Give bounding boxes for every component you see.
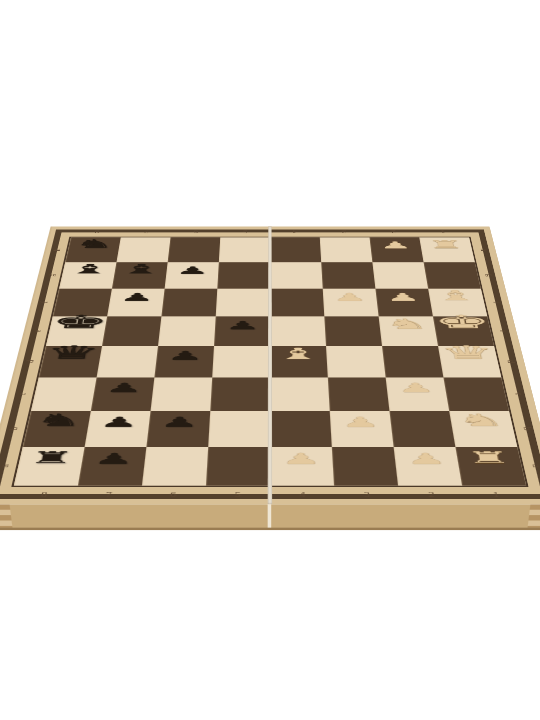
square-a5[interactable] [206, 447, 270, 485]
square-b7[interactable] [85, 411, 151, 447]
rank-label-back-7: 7 [137, 229, 156, 236]
square-g5[interactable] [217, 262, 270, 288]
piece-white-knight-e2[interactable]: ♞ [379, 317, 436, 331]
piece-white-bishop-f1[interactable]: ♝ [428, 288, 484, 302]
square-h3[interactable] [320, 238, 373, 263]
rank-label-back-8: 8 [87, 229, 106, 236]
square-h5[interactable] [219, 238, 270, 263]
file-label-left-d: d [20, 356, 39, 367]
rank-label-back-3: 3 [335, 229, 353, 236]
square-a6[interactable] [142, 447, 208, 485]
finger-joint-right [528, 504, 540, 527]
square-a3[interactable] [332, 447, 398, 485]
square-d5[interactable] [212, 346, 270, 377]
square-b2[interactable] [389, 411, 455, 447]
square-b4[interactable] [270, 411, 332, 447]
rank-label-back-5: 5 [236, 229, 254, 236]
box-front-edge [0, 504, 540, 530]
rank-label-front-2: 2 [419, 488, 444, 500]
piece-black-pawn-e5[interactable]: ♟ [215, 320, 270, 331]
square-f4[interactable] [270, 289, 324, 317]
square-f6[interactable] [161, 289, 217, 317]
piece-white-pawn-f2[interactable]: ♟ [376, 292, 431, 303]
box-front-seam [268, 504, 271, 527]
square-c6[interactable] [151, 377, 213, 411]
piece-white-king-e1[interactable]: ♚ [432, 313, 490, 331]
square-g1[interactable] [424, 262, 481, 288]
square-b3[interactable] [330, 411, 394, 447]
file-label-right-h: h [476, 245, 493, 254]
square-g3[interactable] [321, 262, 375, 288]
file-label-left-g: g [42, 271, 59, 280]
square-d7[interactable] [97, 346, 158, 377]
square-g2[interactable] [372, 262, 428, 288]
file-label-left-a: a [0, 459, 14, 473]
rank-label-front-8: 8 [31, 488, 56, 500]
square-a8[interactable] [14, 447, 85, 485]
square-c2[interactable] [386, 377, 450, 411]
file-label-left-h: h [48, 245, 65, 254]
file-label-right-d: d [502, 356, 521, 367]
piece-white-rook-h1[interactable]: ♜ [420, 239, 472, 250]
rank-label-back-2: 2 [384, 229, 403, 236]
square-a7[interactable] [78, 447, 146, 485]
rank-label-front-4: 4 [291, 488, 314, 500]
square-c3[interactable] [328, 377, 390, 411]
piece-black-bishop-g7[interactable]: ♝ [114, 262, 167, 275]
rank-label-front-3: 3 [355, 488, 379, 500]
square-c4[interactable] [270, 377, 330, 411]
square-e6[interactable] [158, 316, 216, 346]
square-h6[interactable] [168, 238, 221, 263]
file-label-right-c: c [510, 388, 530, 400]
piece-white-pawn-f3[interactable]: ♟ [323, 292, 377, 303]
file-label-left-e: e [27, 326, 45, 337]
file-label-left-f: f [35, 297, 53, 307]
square-a2[interactable] [394, 447, 462, 485]
square-e4[interactable] [270, 316, 326, 346]
square-b8[interactable] [23, 411, 91, 447]
piece-white-bishop-d4[interactable]: ♝ [270, 346, 327, 362]
rank-label-back-4: 4 [286, 229, 304, 236]
square-c5[interactable] [210, 377, 270, 411]
square-g4[interactable] [270, 262, 323, 288]
square-c8[interactable] [31, 377, 97, 411]
square-c7[interactable] [91, 377, 155, 411]
square-e7[interactable] [102, 316, 161, 346]
square-b6[interactable] [146, 411, 210, 447]
rank-label-front-6: 6 [161, 488, 185, 500]
file-label-right-f: f [489, 297, 507, 307]
square-h4[interactable] [270, 238, 321, 263]
square-h7[interactable] [116, 238, 170, 263]
piece-black-king-e8[interactable]: ♚ [49, 313, 107, 331]
square-b1[interactable] [449, 411, 517, 447]
finger-joint-left [0, 504, 12, 527]
chess-board: 8877665544332211aabbccddeeffgghh ♞♟♜♝♝♟♟… [0, 227, 540, 505]
file-label-right-e: e [495, 326, 513, 337]
piece-white-pawn-h2[interactable]: ♟ [370, 240, 422, 250]
file-label-right-a: a [527, 459, 540, 473]
square-f5[interactable] [216, 289, 270, 317]
piece-black-knight-h8[interactable]: ♞ [68, 238, 121, 250]
rank-label-front-1: 1 [483, 488, 508, 500]
square-c1[interactable] [443, 377, 509, 411]
file-label-right-g: g [482, 271, 499, 280]
rank-label-back-1: 1 [434, 229, 453, 236]
rank-label-front-5: 5 [226, 488, 249, 500]
file-label-left-b: b [3, 422, 23, 435]
piece-black-bishop-g8[interactable]: ♝ [62, 262, 116, 275]
file-label-right-b: b [518, 422, 538, 435]
rank-label-back-6: 6 [187, 229, 205, 236]
square-a1[interactable] [455, 447, 526, 485]
square-a4[interactable] [270, 447, 334, 485]
chess-set-photo: 8877665544332211aabbccddeeffgghh ♞♟♜♝♝♟♟… [0, 0, 540, 720]
hinge-seam [268, 227, 273, 505]
square-b5[interactable] [208, 411, 270, 447]
piece-black-pawn-f7[interactable]: ♟ [110, 292, 165, 303]
square-e3[interactable] [324, 316, 382, 346]
file-label-left-c: c [11, 388, 31, 400]
rank-label-front-7: 7 [96, 488, 121, 500]
square-d2[interactable] [382, 346, 443, 377]
piece-black-pawn-g6[interactable]: ♟ [166, 265, 219, 275]
square-d3[interactable] [326, 346, 386, 377]
